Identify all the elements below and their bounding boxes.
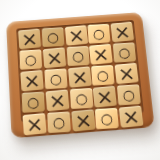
- tile-r3c5[interactable]: ×: [115, 63, 139, 84]
- tile-r5c1[interactable]: ×: [23, 113, 47, 135]
- tile-r4c4[interactable]: ×: [93, 86, 117, 108]
- tile-r2c1[interactable]: ○: [20, 50, 42, 70]
- tile-r5c3[interactable]: ×: [71, 109, 95, 131]
- tile-r3c2[interactable]: ○: [44, 69, 67, 90]
- tile-r4c2[interactable]: ×: [45, 89, 69, 111]
- tile-r1c2[interactable]: ○: [42, 27, 64, 47]
- tile-r1c1[interactable]: ×: [18, 29, 41, 50]
- game-board: × ○ × ○ × ○ × ○ × ○ × ○ × ○ × ○ × ○ × ○: [6, 12, 155, 138]
- tile-r2c2[interactable]: ×: [43, 47, 66, 68]
- tile-r5c5[interactable]: ×: [119, 106, 144, 128]
- tile-r2c5[interactable]: ○: [113, 43, 136, 63]
- tile-r2c3[interactable]: ○: [66, 46, 89, 66]
- tile-r3c3[interactable]: ×: [68, 66, 92, 87]
- tile-r1c5[interactable]: ×: [111, 22, 134, 42]
- tile-r4c5[interactable]: ○: [117, 84, 140, 105]
- board-tray: × ○ × ○ × ○ × ○ × ○ × ○ × ○ × ○ × ○ × ○: [16, 20, 144, 122]
- tile-r2c4[interactable]: ×: [89, 44, 113, 65]
- tile-r3c4[interactable]: ○: [92, 65, 115, 85]
- tile-r3c1[interactable]: ×: [20, 70, 43, 91]
- tile-r5c4[interactable]: ○: [95, 108, 119, 129]
- tile-grid: × ○ × ○ × ○ × ○ × ○ × ○ × ○ × ○ × ○ × ○: [16, 20, 144, 122]
- tile-r4c3[interactable]: ○: [70, 88, 93, 109]
- tile-r4c1[interactable]: ○: [22, 92, 45, 113]
- tile-r1c4[interactable]: ○: [88, 24, 111, 44]
- tile-r5c2[interactable]: ○: [47, 112, 70, 133]
- tile-r1c3[interactable]: ×: [64, 25, 87, 46]
- photo-stage: × ○ × ○ × ○ × ○ × ○ × ○ × ○ × ○ × ○ × ○: [0, 0, 160, 160]
